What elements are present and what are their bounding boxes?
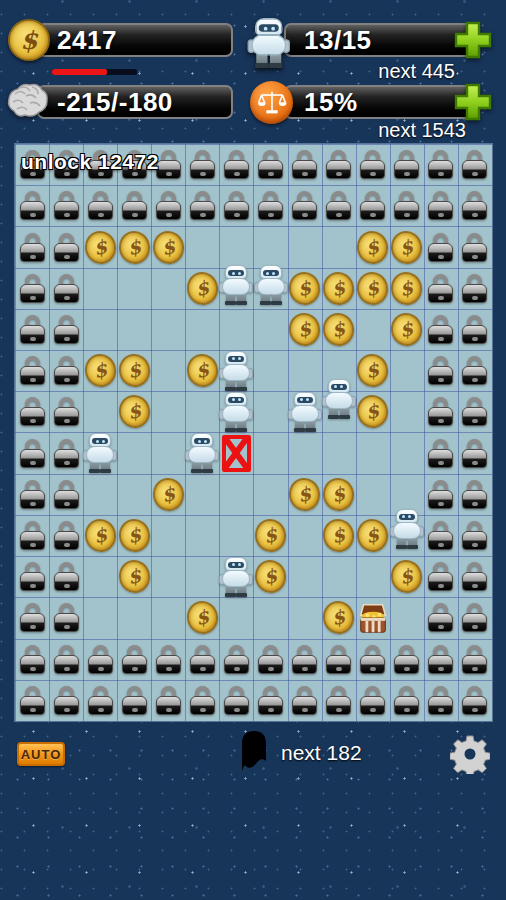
padlock-icon — [20, 274, 45, 303]
auto-button[interactable]: AUTO — [17, 742, 65, 766]
lock-cell[interactable] — [219, 680, 253, 721]
settings-gear-icon[interactable] — [450, 734, 490, 778]
coin-cell[interactable]: $ — [288, 268, 322, 309]
robot-icon — [256, 265, 286, 305]
padlock-icon — [258, 686, 283, 715]
lock-cell[interactable] — [458, 474, 492, 515]
padlock-icon — [224, 686, 249, 715]
padlock-icon — [224, 150, 249, 179]
lock-cell[interactable] — [117, 185, 151, 226]
lock-cell[interactable] — [288, 680, 322, 721]
padlock-icon — [360, 645, 385, 674]
lock-cell[interactable] — [458, 185, 492, 226]
coin-cell[interactable]: $ — [185, 597, 219, 638]
lock-cell[interactable] — [49, 350, 83, 391]
coin-cell[interactable]: $ — [83, 515, 117, 556]
coin-progress-fill — [52, 69, 107, 75]
lock-cell[interactable] — [15, 639, 49, 680]
lock-cell[interactable] — [15, 226, 49, 267]
lock-cell[interactable] — [458, 556, 492, 597]
coin-cell[interactable]: $ — [356, 226, 390, 267]
padlock-icon — [122, 191, 147, 220]
lock-cell[interactable] — [356, 185, 390, 226]
padlock-icon — [428, 686, 453, 715]
lock-cell[interactable] — [49, 680, 83, 721]
robot-sprite — [322, 378, 356, 419]
balance-next-cost: next 1543 — [300, 119, 466, 142]
padlock-icon — [258, 150, 283, 179]
coin-icon: $ — [150, 475, 187, 514]
coin-cell[interactable]: $ — [254, 515, 288, 556]
lock-cell[interactable] — [83, 680, 117, 721]
blocked-x-marker — [219, 433, 253, 474]
padlock-icon — [20, 356, 45, 385]
coin-cell[interactable]: $ — [185, 268, 219, 309]
padlock-icon — [326, 645, 351, 674]
padlock-icon — [462, 356, 487, 385]
lock-cell[interactable] — [49, 474, 83, 515]
lock-cell[interactable] — [49, 268, 83, 309]
coin-cell[interactable]: $ — [356, 268, 390, 309]
lock-cell[interactable] — [424, 556, 458, 597]
padlock-icon — [20, 315, 45, 344]
lock-cell[interactable] — [424, 515, 458, 556]
robot-sprite — [254, 265, 288, 306]
coin-icon: $ — [354, 228, 391, 267]
lock-cell[interactable] — [424, 350, 458, 391]
coin-icon: $ — [354, 351, 391, 390]
coin-cell[interactable]: $ — [356, 350, 390, 391]
brain-value: -215/-180 — [57, 87, 173, 118]
coin-icon: $ — [388, 310, 425, 349]
lock-cell[interactable] — [49, 226, 83, 267]
padlock-icon — [20, 521, 45, 550]
padlock-icon — [462, 397, 487, 426]
balance-value: 15% — [304, 87, 358, 118]
padlock-icon — [428, 397, 453, 426]
lock-cell[interactable] — [458, 515, 492, 556]
lock-cell[interactable] — [83, 185, 117, 226]
lock-cell[interactable] — [15, 391, 49, 432]
coins-counter: 2417 — [37, 23, 233, 57]
coin-cell[interactable]: $ — [356, 391, 390, 432]
padlock-icon — [258, 191, 283, 220]
robot-icon — [221, 557, 251, 597]
lock-cell[interactable] — [254, 144, 288, 185]
lock-cell[interactable] — [49, 391, 83, 432]
padlock-icon — [462, 480, 487, 509]
coin-icon: $ — [320, 475, 357, 514]
lock-cell[interactable] — [49, 433, 83, 474]
padlock-icon — [20, 233, 45, 262]
coin-icon: $ — [354, 269, 391, 308]
padlock-icon — [292, 686, 317, 715]
coin-icon: $ — [116, 228, 153, 267]
padlock-icon — [190, 191, 215, 220]
lock-cell[interactable] — [322, 680, 356, 721]
brain-counter: -215/-180 — [37, 85, 233, 119]
padlock-icon — [394, 686, 419, 715]
buy-robot-button[interactable] — [453, 20, 493, 60]
lock-cell[interactable] — [254, 639, 288, 680]
robot-icon — [392, 509, 422, 549]
coins-value: 2417 — [57, 25, 117, 56]
padlock-icon — [54, 315, 79, 344]
coin-icon: $ — [150, 228, 187, 267]
lock-cell[interactable] — [424, 639, 458, 680]
coin-cell[interactable]: $ — [151, 226, 185, 267]
coin-cell[interactable]: $ — [322, 309, 356, 350]
lock-cell[interactable] — [458, 268, 492, 309]
padlock-icon — [20, 397, 45, 426]
padlock-icon — [20, 191, 45, 220]
lock-cell[interactable] — [356, 680, 390, 721]
robot-next-cost: next 445 — [300, 60, 455, 83]
lock-cell[interactable] — [424, 185, 458, 226]
robot-icon — [290, 392, 320, 432]
auto-button-label: AUTO — [21, 747, 62, 762]
padlock-icon — [428, 521, 453, 550]
padlock-icon — [292, 191, 317, 220]
lock-cell[interactable] — [288, 185, 322, 226]
robot-icon — [221, 351, 251, 391]
lock-cell[interactable] — [424, 144, 458, 185]
coin-cell[interactable]: $ — [151, 474, 185, 515]
coin-icon: $ — [286, 269, 323, 308]
lock-cell[interactable] — [458, 680, 492, 721]
padlock-icon — [54, 397, 79, 426]
coin-icon: $ — [320, 269, 357, 308]
lock-cell[interactable] — [424, 597, 458, 638]
padlock-icon — [462, 274, 487, 303]
lock-cell[interactable] — [15, 515, 49, 556]
padlock-icon — [20, 603, 45, 632]
coin-cell[interactable]: $ — [288, 474, 322, 515]
coin-icon: $ — [116, 351, 153, 390]
lock-cell[interactable] — [219, 144, 253, 185]
coin-cell[interactable]: $ — [390, 556, 424, 597]
lock-cell[interactable] — [49, 639, 83, 680]
padlock-icon — [122, 686, 147, 715]
lock-cell[interactable] — [322, 144, 356, 185]
padlock-icon — [54, 521, 79, 550]
padlock-icon — [54, 233, 79, 262]
robot-sprite — [219, 391, 253, 432]
coin-icon: $ — [252, 516, 289, 555]
coin-cell[interactable]: $ — [322, 515, 356, 556]
lock-cell[interactable] — [288, 144, 322, 185]
coin-cell[interactable]: $ — [322, 474, 356, 515]
robots-value: 13/15 — [304, 25, 372, 56]
lock-cell[interactable] — [356, 639, 390, 680]
padlock-icon — [190, 150, 215, 179]
padlock-icon — [224, 191, 249, 220]
lock-cell[interactable] — [390, 185, 424, 226]
lock-cell[interactable] — [117, 680, 151, 721]
coin-cell[interactable]: $ — [117, 350, 151, 391]
lock-cell[interactable] — [49, 515, 83, 556]
padlock-icon — [190, 645, 215, 674]
lock-cell[interactable] — [424, 391, 458, 432]
padlock-icon — [360, 686, 385, 715]
lock-cell[interactable] — [15, 350, 49, 391]
lock-cell[interactable] — [15, 185, 49, 226]
coin-icon: $ — [184, 351, 221, 390]
lock-cell[interactable] — [185, 144, 219, 185]
padlock-icon — [428, 480, 453, 509]
coin-cell[interactable]: $ — [322, 268, 356, 309]
coin-icon: $ — [354, 393, 391, 432]
padlock-icon — [20, 480, 45, 509]
coin-icon: $ — [8, 19, 50, 61]
lock-cell[interactable] — [219, 185, 253, 226]
coin-cell[interactable]: $ — [83, 350, 117, 391]
coin-icon: $ — [320, 599, 357, 638]
coin-cell[interactable]: $ — [322, 597, 356, 638]
lock-cell[interactable] — [15, 309, 49, 350]
padlock-icon — [462, 315, 487, 344]
padlock-icon — [428, 645, 453, 674]
lock-cell[interactable] — [151, 185, 185, 226]
padlock-icon — [428, 562, 453, 591]
padlock-icon — [326, 686, 351, 715]
coin-cell[interactable]: $ — [117, 556, 151, 597]
lock-cell[interactable] — [356, 144, 390, 185]
robot-icon — [324, 379, 354, 419]
padlock-icon — [428, 274, 453, 303]
padlock-icon — [462, 191, 487, 220]
lock-cell[interactable] — [15, 433, 49, 474]
lock-cell[interactable] — [458, 309, 492, 350]
padlock-icon — [54, 686, 79, 715]
lock-cell[interactable] — [458, 391, 492, 432]
lock-cell[interactable] — [15, 474, 49, 515]
coin-icon: $ — [82, 351, 119, 390]
padlock-icon — [292, 645, 317, 674]
lock-cell[interactable] — [458, 144, 492, 185]
padlock-icon — [20, 439, 45, 468]
coin-cell[interactable]: $ — [117, 391, 151, 432]
lock-cell[interactable] — [458, 639, 492, 680]
padlock-icon — [428, 439, 453, 468]
coin-icon: $ — [320, 516, 357, 555]
lock-cell[interactable] — [15, 556, 49, 597]
lock-cell[interactable] — [322, 639, 356, 680]
lock-cell[interactable] — [254, 185, 288, 226]
coin-icon: $ — [286, 475, 323, 514]
robot-icon — [221, 392, 251, 432]
lock-cell[interactable] — [390, 680, 424, 721]
padlock-icon — [428, 356, 453, 385]
padlock-icon — [88, 191, 113, 220]
coin-icon: $ — [82, 516, 119, 555]
robot-icon — [250, 18, 288, 68]
coin-cell[interactable]: $ — [83, 226, 117, 267]
padlock-icon — [428, 315, 453, 344]
robot-icon — [187, 433, 217, 473]
padlock-icon — [54, 645, 79, 674]
padlock-icon — [190, 686, 215, 715]
ghost-spawn-icon — [239, 730, 269, 777]
lock-cell[interactable] — [254, 680, 288, 721]
lock-cell[interactable] — [15, 680, 49, 721]
lock-cell[interactable] — [185, 639, 219, 680]
padlock-icon — [224, 645, 249, 674]
padlock-icon — [360, 150, 385, 179]
lock-cell[interactable] — [322, 185, 356, 226]
padlock-icon — [462, 521, 487, 550]
lock-cell[interactable] — [49, 597, 83, 638]
padlock-icon — [360, 191, 385, 220]
padlock-icon — [462, 150, 487, 179]
coin-icon: $ — [252, 557, 289, 596]
coin-icon: $ — [82, 228, 119, 267]
lock-cell[interactable] — [424, 268, 458, 309]
lock-cell[interactable] — [458, 433, 492, 474]
padlock-icon — [258, 645, 283, 674]
padlock-icon — [326, 150, 351, 179]
coin-icon: $ — [116, 516, 153, 555]
coin-progress-bar — [52, 69, 137, 75]
padlock-icon — [156, 645, 181, 674]
padlock-icon — [462, 439, 487, 468]
brain-icon — [5, 82, 49, 122]
padlock-icon — [20, 562, 45, 591]
robots-counter: 13/15 — [284, 23, 476, 57]
lock-cell[interactable] — [424, 474, 458, 515]
red-x-icon — [222, 435, 251, 472]
padlock-icon — [462, 645, 487, 674]
lock-cell[interactable] — [49, 309, 83, 350]
robot-icon — [221, 265, 251, 305]
coin-icon: $ — [320, 310, 357, 349]
lock-cell[interactable] — [458, 350, 492, 391]
coin-cell[interactable]: $ — [117, 226, 151, 267]
padlock-icon — [54, 562, 79, 591]
padlock-icon — [54, 356, 79, 385]
coin-cell[interactable]: $ — [185, 350, 219, 391]
game-screen: 2417 $ -215/-180 13/15 next 445 — [0, 0, 506, 900]
lock-cell[interactable] — [49, 185, 83, 226]
padlock-icon — [428, 150, 453, 179]
padlock-icon — [394, 191, 419, 220]
coin-cell[interactable]: $ — [390, 226, 424, 267]
padlock-icon — [428, 603, 453, 632]
robot-sprite — [219, 265, 253, 306]
lock-cell[interactable] — [83, 639, 117, 680]
treasure-chest-icon — [356, 600, 390, 636]
coin-icon: $ — [184, 599, 221, 638]
lock-cell[interactable] — [151, 639, 185, 680]
padlock-icon — [394, 150, 419, 179]
robot-sprite — [185, 433, 219, 474]
lock-cell[interactable] — [15, 597, 49, 638]
padlock-icon — [394, 645, 419, 674]
padlock-icon — [54, 439, 79, 468]
lock-cell[interactable] — [185, 680, 219, 721]
treasure-chest[interactable] — [356, 597, 390, 638]
coin-cell[interactable]: $ — [390, 309, 424, 350]
padlock-icon — [156, 150, 181, 179]
padlock-icon — [20, 686, 45, 715]
padlock-icon — [462, 233, 487, 262]
coin-icon: $ — [388, 269, 425, 308]
lock-cell[interactable] — [458, 226, 492, 267]
padlock-icon — [54, 191, 79, 220]
spawn-next-label: next 182 — [281, 741, 362, 765]
robot-sprite — [219, 556, 253, 597]
coin-icon: $ — [116, 393, 153, 432]
scales-icon — [250, 81, 293, 124]
lock-cell[interactable] — [185, 185, 219, 226]
lock-cell[interactable] — [424, 226, 458, 267]
padlock-icon — [326, 191, 351, 220]
coin-icon: $ — [388, 557, 425, 596]
robot-icon — [85, 433, 115, 473]
lock-cell[interactable] — [219, 639, 253, 680]
unlock-cost-label: unlock 12472 — [21, 150, 159, 174]
padlock-icon — [462, 562, 487, 591]
lock-cell[interactable] — [117, 639, 151, 680]
coin-icon: $ — [354, 516, 391, 555]
coin-cell[interactable]: $ — [288, 309, 322, 350]
balance-counter: 15% — [284, 85, 476, 119]
lock-cell[interactable] — [390, 144, 424, 185]
robot-sprite — [288, 391, 322, 432]
padlock-icon — [428, 191, 453, 220]
padlock-icon — [54, 603, 79, 632]
padlock-icon — [88, 645, 113, 674]
coin-icon: $ — [184, 269, 221, 308]
lock-cell[interactable] — [424, 309, 458, 350]
coin-icon: $ — [116, 557, 153, 596]
buy-balance-button[interactable] — [453, 82, 493, 122]
lock-cell[interactable] — [424, 680, 458, 721]
lock-cell[interactable] — [288, 639, 322, 680]
padlock-icon — [156, 686, 181, 715]
padlock-icon — [462, 603, 487, 632]
coin-cell[interactable]: $ — [390, 268, 424, 309]
padlock-icon — [88, 686, 113, 715]
robot-sprite — [390, 508, 424, 549]
robot-sprite — [83, 433, 117, 474]
lock-cell[interactable] — [458, 597, 492, 638]
lock-cell[interactable] — [151, 680, 185, 721]
padlock-icon — [156, 191, 181, 220]
coin-cell[interactable]: $ — [117, 515, 151, 556]
coin-cell[interactable]: $ — [356, 515, 390, 556]
padlock-icon — [428, 233, 453, 262]
padlock-icon — [122, 645, 147, 674]
padlock-icon — [54, 274, 79, 303]
lock-cell[interactable] — [15, 268, 49, 309]
padlock-icon — [462, 686, 487, 715]
mining-board[interactable]: $$$$$$$$$$$$$$$$$$$$$$$$$$$$$$$$ unlock … — [14, 143, 493, 722]
padlock-icon — [20, 645, 45, 674]
padlock-icon — [292, 150, 317, 179]
coin-cell[interactable]: $ — [254, 556, 288, 597]
lock-cell[interactable] — [424, 433, 458, 474]
lock-cell[interactable] — [390, 639, 424, 680]
coin-icon: $ — [286, 310, 323, 349]
robot-sprite — [219, 350, 253, 391]
padlock-icon — [54, 480, 79, 509]
coin-icon: $ — [388, 228, 425, 267]
lock-cell[interactable] — [49, 556, 83, 597]
